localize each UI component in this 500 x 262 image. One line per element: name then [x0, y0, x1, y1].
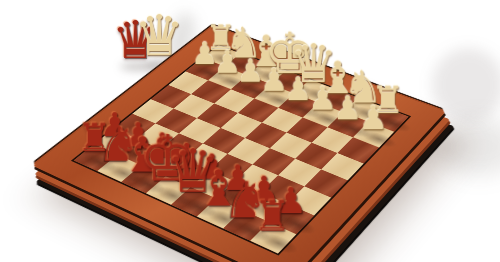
chess-set-photo: ♛ ♛ ♜♞♝♚♛♝♞♜♟♟♟♟♟♟♟♟♟♟♟♟♟♟♟♟♜♞♝♚♛♝♞♜ [0, 0, 500, 262]
board-squares: ♜♞♝♚♛♝♞♜♟♟♟♟♟♟♟♟♟♟♟♟♟♟♟♟♜♞♝♚♛♝♞♜ [71, 44, 411, 256]
square-a2[interactable]: ♟ [353, 122, 394, 148]
chess-board: ♜♞♝♚♛♝♞♜♟♟♟♟♟♟♟♟♟♟♟♟♟♟♟♟♜♞♝♚♛♝♞♜ [33, 26, 446, 262]
pawn-icon: ♟ [359, 101, 389, 134]
rook-icon: ♜ [254, 195, 292, 237]
square-d4[interactable] [245, 123, 287, 149]
square-a8[interactable]: ♜ [250, 222, 296, 253]
board-perspective-wrapper: ♜♞♝♚♛♝♞♜♟♟♟♟♟♟♟♟♟♟♟♟♟♟♟♟♜♞♝♚♛♝♞♜ [0, 0, 500, 262]
